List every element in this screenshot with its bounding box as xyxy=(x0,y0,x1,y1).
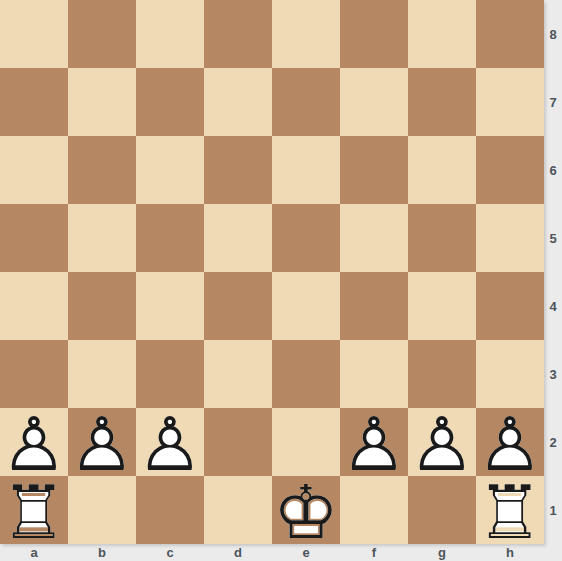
square-a8[interactable] xyxy=(0,0,68,68)
file-label-f: f xyxy=(340,544,408,561)
square-c7[interactable] xyxy=(136,68,204,136)
rank-label-3: 3 xyxy=(544,340,562,408)
chess-board: ♟♙♟♙♟♙♟♙♟♙♟♙♜♖♚♔♜♖ xyxy=(0,0,544,544)
square-h2[interactable]: ♟♙ xyxy=(476,408,544,476)
rank-label-1: 1 xyxy=(544,476,562,544)
square-c6[interactable] xyxy=(136,136,204,204)
square-e2[interactable] xyxy=(272,408,340,476)
square-b8[interactable] xyxy=(68,0,136,68)
white-rook-icon: ♖ xyxy=(1,478,67,546)
file-label-b: b xyxy=(68,544,136,561)
square-b2[interactable]: ♟♙ xyxy=(68,408,136,476)
piece-white-pawn[interactable]: ♟♙ xyxy=(476,408,544,476)
square-e4[interactable] xyxy=(272,272,340,340)
piece-white-pawn[interactable]: ♟♙ xyxy=(408,408,476,476)
square-d2[interactable] xyxy=(204,408,272,476)
square-h6[interactable] xyxy=(476,136,544,204)
square-a4[interactable] xyxy=(0,272,68,340)
square-b7[interactable] xyxy=(68,68,136,136)
file-label-d: d xyxy=(204,544,272,561)
square-d6[interactable] xyxy=(204,136,272,204)
square-b3[interactable] xyxy=(68,340,136,408)
square-g4[interactable] xyxy=(408,272,476,340)
square-e7[interactable] xyxy=(272,68,340,136)
square-d3[interactable] xyxy=(204,340,272,408)
white-pawn-icon: ♙ xyxy=(69,410,135,478)
square-e6[interactable] xyxy=(272,136,340,204)
white-pawn-icon: ♙ xyxy=(477,410,543,478)
white-pawn-icon: ♙ xyxy=(137,410,203,478)
square-e5[interactable] xyxy=(272,204,340,272)
square-a3[interactable] xyxy=(0,340,68,408)
white-king-icon: ♔ xyxy=(273,478,339,546)
rank-label-7: 7 xyxy=(544,68,562,136)
square-a2[interactable]: ♟♙ xyxy=(0,408,68,476)
square-d1[interactable] xyxy=(204,476,272,544)
square-h7[interactable] xyxy=(476,68,544,136)
file-coordinates: abcdefgh xyxy=(0,544,544,561)
rank-coordinates: 87654321 xyxy=(544,0,562,544)
white-pawn-icon: ♙ xyxy=(409,410,475,478)
square-d8[interactable] xyxy=(204,0,272,68)
white-pawn-icon: ♙ xyxy=(341,410,407,478)
square-e3[interactable] xyxy=(272,340,340,408)
square-b5[interactable] xyxy=(68,204,136,272)
square-h3[interactable] xyxy=(476,340,544,408)
square-c2[interactable]: ♟♙ xyxy=(136,408,204,476)
file-label-a: a xyxy=(0,544,68,561)
square-g5[interactable] xyxy=(408,204,476,272)
piece-white-rook[interactable]: ♜♖ xyxy=(476,476,544,544)
square-d5[interactable] xyxy=(204,204,272,272)
square-g6[interactable] xyxy=(408,136,476,204)
square-g3[interactable] xyxy=(408,340,476,408)
file-label-g: g xyxy=(408,544,476,561)
square-c3[interactable] xyxy=(136,340,204,408)
square-d7[interactable] xyxy=(204,68,272,136)
square-e8[interactable] xyxy=(272,0,340,68)
square-f3[interactable] xyxy=(340,340,408,408)
square-a7[interactable] xyxy=(0,68,68,136)
square-c5[interactable] xyxy=(136,204,204,272)
file-label-h: h xyxy=(476,544,544,561)
square-a5[interactable] xyxy=(0,204,68,272)
square-h1[interactable]: ♜♖ xyxy=(476,476,544,544)
rank-label-6: 6 xyxy=(544,136,562,204)
square-e1[interactable]: ♚♔ xyxy=(272,476,340,544)
white-pawn-icon: ♙ xyxy=(1,410,67,478)
rank-label-4: 4 xyxy=(544,272,562,340)
square-h5[interactable] xyxy=(476,204,544,272)
chess-board-screen: ♟♙♟♙♟♙♟♙♟♙♟♙♜♖♚♔♜♖ 87654321 abcdefgh xyxy=(0,0,562,561)
rank-label-8: 8 xyxy=(544,0,562,68)
piece-white-pawn[interactable]: ♟♙ xyxy=(0,408,68,476)
piece-white-pawn[interactable]: ♟♙ xyxy=(68,408,136,476)
square-f4[interactable] xyxy=(340,272,408,340)
file-label-c: c xyxy=(136,544,204,561)
file-label-e: e xyxy=(272,544,340,561)
rank-label-5: 5 xyxy=(544,204,562,272)
piece-white-king[interactable]: ♚♔ xyxy=(272,476,340,544)
square-h4[interactable] xyxy=(476,272,544,340)
white-rook-icon: ♖ xyxy=(477,478,543,546)
square-d4[interactable] xyxy=(204,272,272,340)
rank-label-2: 2 xyxy=(544,408,562,476)
square-c8[interactable] xyxy=(136,0,204,68)
piece-white-pawn[interactable]: ♟♙ xyxy=(136,408,204,476)
square-f6[interactable] xyxy=(340,136,408,204)
square-g7[interactable] xyxy=(408,68,476,136)
piece-white-pawn[interactable]: ♟♙ xyxy=(340,408,408,476)
piece-white-rook[interactable]: ♜♖ xyxy=(0,476,68,544)
square-b4[interactable] xyxy=(68,272,136,340)
square-f7[interactable] xyxy=(340,68,408,136)
square-a1[interactable]: ♜♖ xyxy=(0,476,68,544)
square-g8[interactable] xyxy=(408,0,476,68)
square-h8[interactable] xyxy=(476,0,544,68)
square-b6[interactable] xyxy=(68,136,136,204)
square-f5[interactable] xyxy=(340,204,408,272)
square-g2[interactable]: ♟♙ xyxy=(408,408,476,476)
square-f2[interactable]: ♟♙ xyxy=(340,408,408,476)
square-a6[interactable] xyxy=(0,136,68,204)
square-c4[interactable] xyxy=(136,272,204,340)
square-f8[interactable] xyxy=(340,0,408,68)
